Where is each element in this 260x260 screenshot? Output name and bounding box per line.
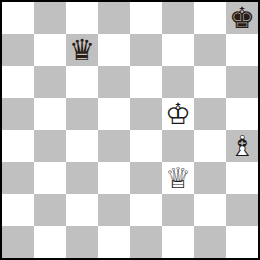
square-e7[interactable] — [130, 34, 162, 66]
white-king-icon: ♚♔ — [162, 98, 194, 130]
square-h2[interactable] — [226, 194, 258, 226]
square-b7[interactable] — [34, 34, 66, 66]
square-b6[interactable] — [34, 66, 66, 98]
square-c4[interactable] — [66, 130, 98, 162]
black-queen-icon: ♛ — [66, 34, 98, 66]
square-a3[interactable] — [2, 162, 34, 194]
square-a7[interactable] — [2, 34, 34, 66]
square-g7[interactable] — [194, 34, 226, 66]
square-c6[interactable] — [66, 66, 98, 98]
square-d3[interactable] — [98, 162, 130, 194]
square-f1[interactable] — [162, 226, 194, 258]
square-f7[interactable] — [162, 34, 194, 66]
square-c2[interactable] — [66, 194, 98, 226]
square-h5[interactable] — [226, 98, 258, 130]
square-d8[interactable] — [98, 2, 130, 34]
square-h1[interactable] — [226, 226, 258, 258]
square-g8[interactable] — [194, 2, 226, 34]
square-e5[interactable] — [130, 98, 162, 130]
square-f8[interactable] — [162, 2, 194, 34]
square-d5[interactable] — [98, 98, 130, 130]
square-c3[interactable] — [66, 162, 98, 194]
square-e4[interactable] — [130, 130, 162, 162]
square-e6[interactable] — [130, 66, 162, 98]
square-d4[interactable] — [98, 130, 130, 162]
white-queen-icon: ♛♕ — [162, 162, 194, 194]
square-h7[interactable] — [226, 34, 258, 66]
square-f2[interactable] — [162, 194, 194, 226]
square-f3[interactable]: ♛♕ — [162, 162, 194, 194]
square-g2[interactable] — [194, 194, 226, 226]
square-h3[interactable] — [226, 162, 258, 194]
square-b4[interactable] — [34, 130, 66, 162]
square-g1[interactable] — [194, 226, 226, 258]
square-a2[interactable] — [2, 194, 34, 226]
square-b1[interactable] — [34, 226, 66, 258]
square-d7[interactable] — [98, 34, 130, 66]
white-bishop-icon: ♝♗ — [226, 130, 258, 162]
square-a1[interactable] — [2, 226, 34, 258]
square-b2[interactable] — [34, 194, 66, 226]
square-a6[interactable] — [2, 66, 34, 98]
square-g6[interactable] — [194, 66, 226, 98]
square-d1[interactable] — [98, 226, 130, 258]
square-c8[interactable] — [66, 2, 98, 34]
square-b3[interactable] — [34, 162, 66, 194]
square-h8[interactable]: ♚ — [226, 2, 258, 34]
square-a5[interactable] — [2, 98, 34, 130]
square-f4[interactable] — [162, 130, 194, 162]
square-e8[interactable] — [130, 2, 162, 34]
square-g5[interactable] — [194, 98, 226, 130]
square-e2[interactable] — [130, 194, 162, 226]
square-a4[interactable] — [2, 130, 34, 162]
square-g4[interactable] — [194, 130, 226, 162]
square-d2[interactable] — [98, 194, 130, 226]
square-b8[interactable] — [34, 2, 66, 34]
square-b5[interactable] — [34, 98, 66, 130]
square-c1[interactable] — [66, 226, 98, 258]
square-f5[interactable]: ♚♔ — [162, 98, 194, 130]
square-c5[interactable] — [66, 98, 98, 130]
black-king-icon: ♚ — [226, 2, 258, 34]
square-h4[interactable]: ♝♗ — [226, 130, 258, 162]
square-f6[interactable] — [162, 66, 194, 98]
square-d6[interactable] — [98, 66, 130, 98]
square-g3[interactable] — [194, 162, 226, 194]
square-e3[interactable] — [130, 162, 162, 194]
chess-board: ♚♛♚♔♝♗♛♕ — [0, 0, 260, 260]
square-a8[interactable] — [2, 2, 34, 34]
square-c7[interactable]: ♛ — [66, 34, 98, 66]
square-h6[interactable] — [226, 66, 258, 98]
square-e1[interactable] — [130, 226, 162, 258]
